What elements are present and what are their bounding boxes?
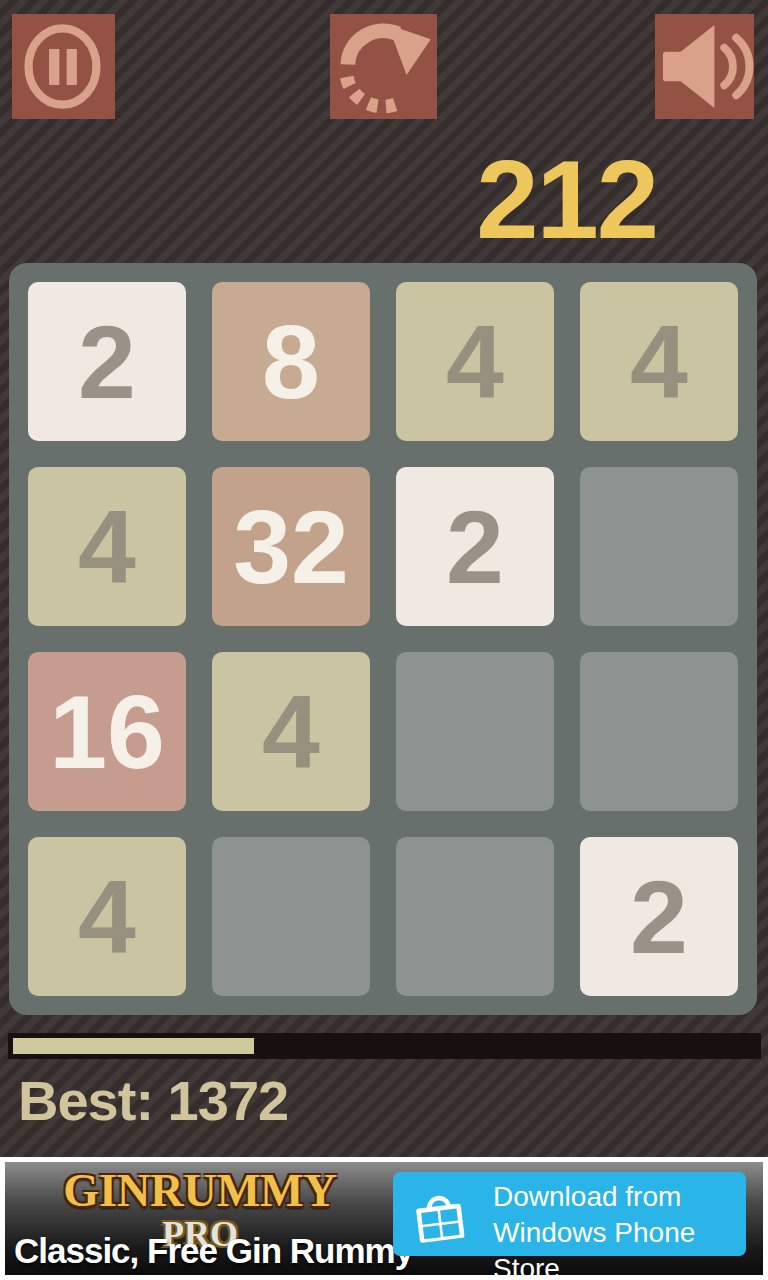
ad-tagline: Classic, Free Gin Rummy	[14, 1231, 413, 1271]
logo-title-text: GINRUMMY	[15, 1168, 385, 1214]
empty-cell-r4c3	[396, 837, 554, 996]
store-line1: Download from	[493, 1181, 681, 1212]
progress-fill	[13, 1038, 254, 1054]
ad-banner[interactable]: GINRUMMY PRO Classic, Free Gin Rummy	[0, 1157, 768, 1280]
restart-icon	[330, 14, 437, 119]
board-grid[interactable]: 2844432216442	[9, 263, 757, 1015]
empty-cell-r2c4	[580, 467, 738, 626]
tile-4-r2c1: 4	[28, 467, 186, 626]
tile-2-r4c4: 2	[580, 837, 738, 996]
score-value: 212	[476, 144, 657, 256]
sound-button[interactable]	[655, 14, 754, 119]
best-score-label: Best: 1372	[18, 1068, 288, 1133]
tile-8-r1c2: 8	[212, 282, 370, 441]
speaker-icon	[655, 14, 754, 119]
windows-store-icon	[407, 1181, 473, 1247]
restart-button[interactable]	[330, 14, 437, 119]
tile-16-r3c1: 16	[28, 652, 186, 811]
pause-button[interactable]	[12, 14, 115, 119]
empty-cell-r4c2	[212, 837, 370, 996]
tile-4-r4c1: 4	[28, 837, 186, 996]
tile-4-r3c2: 4	[212, 652, 370, 811]
pause-icon	[12, 14, 115, 119]
progress-bar	[8, 1033, 761, 1059]
tile-2-r1c1: 2	[28, 282, 186, 441]
tile-4-r1c3: 4	[396, 282, 554, 441]
empty-cell-r3c3	[396, 652, 554, 811]
windows-store-download-button[interactable]: Download from Windows Phone Store	[393, 1172, 746, 1256]
tile-2-r2c3: 2	[396, 467, 554, 626]
game-screen: 212 2844432216442 Best: 1372 GINRUMMY PR…	[0, 0, 768, 1280]
empty-cell-r3c4	[580, 652, 738, 811]
store-button-text: Download from Windows Phone Store	[493, 1179, 746, 1280]
tile-32-r2c2: 32	[212, 467, 370, 626]
store-line2: Windows Phone Store	[493, 1217, 695, 1280]
tile-4-r1c4: 4	[580, 282, 738, 441]
